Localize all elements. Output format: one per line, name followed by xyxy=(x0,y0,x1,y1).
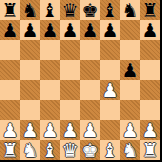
square-g5[interactable]: ♟ xyxy=(120,60,140,80)
black-knight-g8[interactable]: ♞ xyxy=(121,0,138,20)
square-c3[interactable] xyxy=(40,100,60,120)
square-a4[interactable] xyxy=(0,80,20,100)
square-c6[interactable] xyxy=(40,40,60,60)
square-e6[interactable] xyxy=(80,40,100,60)
square-b5[interactable] xyxy=(20,60,40,80)
square-e2[interactable]: ♟ xyxy=(80,120,100,140)
white-king-e1[interactable]: ♚ xyxy=(81,140,98,160)
square-h5[interactable] xyxy=(140,60,160,80)
square-h8[interactable]: ♜ xyxy=(140,0,160,20)
white-knight-g1[interactable]: ♞ xyxy=(121,140,138,160)
square-c7[interactable]: ♟ xyxy=(40,20,60,40)
square-d8[interactable]: ♛ xyxy=(60,0,80,20)
square-c5[interactable] xyxy=(40,60,60,80)
square-a2[interactable]: ♟ xyxy=(0,120,20,140)
black-pawn-h7[interactable]: ♟ xyxy=(141,20,158,40)
square-d4[interactable] xyxy=(60,80,80,100)
square-e4[interactable] xyxy=(80,80,100,100)
square-f1[interactable]: ♝ xyxy=(100,140,120,160)
square-d3[interactable] xyxy=(60,100,80,120)
chess-board: ♜♞♝♛♚♝♞♜♟♟♟♟♟♟♟♟♟♟♟♟♟♟♟♟♜♞♝♛♚♝♞♜ xyxy=(0,0,160,160)
square-f5[interactable] xyxy=(100,60,120,80)
square-h1[interactable]: ♜ xyxy=(140,140,160,160)
black-pawn-d7[interactable]: ♟ xyxy=(61,20,78,40)
square-b7[interactable]: ♟ xyxy=(20,20,40,40)
square-b1[interactable]: ♞ xyxy=(20,140,40,160)
square-c4[interactable] xyxy=(40,80,60,100)
white-pawn-a2[interactable]: ♟ xyxy=(1,120,18,140)
square-e1[interactable]: ♚ xyxy=(80,140,100,160)
square-b2[interactable]: ♟ xyxy=(20,120,40,140)
square-h2[interactable]: ♟ xyxy=(140,120,160,140)
white-pawn-b2[interactable]: ♟ xyxy=(21,120,38,140)
white-knight-b1[interactable]: ♞ xyxy=(21,140,38,160)
square-d7[interactable]: ♟ xyxy=(60,20,80,40)
white-bishop-c1[interactable]: ♝ xyxy=(41,140,58,160)
square-g3[interactable] xyxy=(120,100,140,120)
white-rook-h1[interactable]: ♜ xyxy=(141,140,158,160)
square-g2[interactable]: ♟ xyxy=(120,120,140,140)
square-b8[interactable]: ♞ xyxy=(20,0,40,20)
square-d2[interactable]: ♟ xyxy=(60,120,80,140)
black-bishop-f8[interactable]: ♝ xyxy=(101,0,118,20)
black-pawn-f7[interactable]: ♟ xyxy=(101,20,118,40)
square-f8[interactable]: ♝ xyxy=(100,0,120,20)
square-b6[interactable] xyxy=(20,40,40,60)
square-a8[interactable]: ♜ xyxy=(0,0,20,20)
square-c1[interactable]: ♝ xyxy=(40,140,60,160)
square-a5[interactable] xyxy=(0,60,20,80)
square-g7[interactable] xyxy=(120,20,140,40)
black-knight-b8[interactable]: ♞ xyxy=(21,0,38,20)
square-b3[interactable] xyxy=(20,100,40,120)
black-rook-h8[interactable]: ♜ xyxy=(141,0,158,20)
square-h6[interactable] xyxy=(140,40,160,60)
black-pawn-a7[interactable]: ♟ xyxy=(1,20,18,40)
black-pawn-e7[interactable]: ♟ xyxy=(81,20,98,40)
white-pawn-e2[interactable]: ♟ xyxy=(81,120,98,140)
square-f7[interactable]: ♟ xyxy=(100,20,120,40)
square-a7[interactable]: ♟ xyxy=(0,20,20,40)
square-a3[interactable] xyxy=(0,100,20,120)
square-f6[interactable] xyxy=(100,40,120,60)
square-a6[interactable] xyxy=(0,40,20,60)
square-f4[interactable]: ♟ xyxy=(100,80,120,100)
square-g6[interactable] xyxy=(120,40,140,60)
white-pawn-c2[interactable]: ♟ xyxy=(41,120,58,140)
square-h4[interactable] xyxy=(140,80,160,100)
square-g1[interactable]: ♞ xyxy=(120,140,140,160)
square-e8[interactable]: ♚ xyxy=(80,0,100,20)
square-d5[interactable] xyxy=(60,60,80,80)
white-pawn-f4[interactable]: ♟ xyxy=(101,80,118,100)
square-g8[interactable]: ♞ xyxy=(120,0,140,20)
square-c2[interactable]: ♟ xyxy=(40,120,60,140)
black-rook-a8[interactable]: ♜ xyxy=(1,0,18,20)
square-a1[interactable]: ♜ xyxy=(0,140,20,160)
black-pawn-g5[interactable]: ♟ xyxy=(121,60,138,80)
white-rook-a1[interactable]: ♜ xyxy=(1,140,18,160)
square-e5[interactable] xyxy=(80,60,100,80)
black-pawn-b7[interactable]: ♟ xyxy=(21,20,38,40)
board-frame: ♜♞♝♛♚♝♞♜♟♟♟♟♟♟♟♟♟♟♟♟♟♟♟♟♜♞♝♛♚♝♞♜ xyxy=(0,0,162,162)
square-f3[interactable] xyxy=(100,100,120,120)
black-bishop-c8[interactable]: ♝ xyxy=(41,0,58,20)
square-h7[interactable]: ♟ xyxy=(140,20,160,40)
square-b4[interactable] xyxy=(20,80,40,100)
square-c8[interactable]: ♝ xyxy=(40,0,60,20)
square-g4[interactable] xyxy=(120,80,140,100)
square-d6[interactable] xyxy=(60,40,80,60)
white-pawn-h2[interactable]: ♟ xyxy=(141,120,158,140)
white-pawn-g2[interactable]: ♟ xyxy=(121,120,138,140)
square-d1[interactable]: ♛ xyxy=(60,140,80,160)
square-e7[interactable]: ♟ xyxy=(80,20,100,40)
white-pawn-d2[interactable]: ♟ xyxy=(61,120,78,140)
black-queen-d8[interactable]: ♛ xyxy=(61,0,78,20)
black-king-e8[interactable]: ♚ xyxy=(81,0,98,20)
white-queen-d1[interactable]: ♛ xyxy=(61,140,78,160)
square-e3[interactable] xyxy=(80,100,100,120)
square-f2[interactable] xyxy=(100,120,120,140)
black-pawn-c7[interactable]: ♟ xyxy=(41,20,58,40)
square-h3[interactable] xyxy=(140,100,160,120)
white-bishop-f1[interactable]: ♝ xyxy=(101,140,118,160)
